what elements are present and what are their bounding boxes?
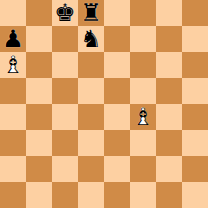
bishop-outline-glyph: ♗ (0, 52, 26, 78)
square-b2[interactable] (26, 156, 52, 182)
square-f5[interactable] (130, 78, 156, 104)
square-d1[interactable] (78, 182, 104, 208)
square-f2[interactable] (130, 156, 156, 182)
knight-glyph: ♞ (78, 26, 104, 52)
square-f7[interactable] (130, 26, 156, 52)
square-d3[interactable] (78, 130, 104, 156)
king-glyph: ♚ (52, 0, 78, 26)
square-c7[interactable] (52, 26, 78, 52)
square-h1[interactable] (182, 182, 208, 208)
square-a2[interactable] (0, 156, 26, 182)
square-d8[interactable]: ♜ (78, 0, 104, 26)
square-b3[interactable] (26, 130, 52, 156)
square-f6[interactable] (130, 52, 156, 78)
square-d5[interactable] (78, 78, 104, 104)
square-c4[interactable] (52, 104, 78, 130)
square-a1[interactable] (0, 182, 26, 208)
rook-glyph: ♜ (78, 0, 104, 26)
square-h7[interactable] (182, 26, 208, 52)
square-c3[interactable] (52, 130, 78, 156)
square-a4[interactable] (0, 104, 26, 130)
square-c2[interactable] (52, 156, 78, 182)
square-f8[interactable] (130, 0, 156, 26)
square-g8[interactable] (156, 0, 182, 26)
square-h5[interactable] (182, 78, 208, 104)
chess-board: ♚♜♟♞♝♗♝♗ (0, 0, 208, 208)
square-a5[interactable] (0, 78, 26, 104)
square-c6[interactable] (52, 52, 78, 78)
square-e4[interactable] (104, 104, 130, 130)
square-h8[interactable] (182, 0, 208, 26)
square-c5[interactable] (52, 78, 78, 104)
square-g7[interactable] (156, 26, 182, 52)
piece-white-bishop[interactable]: ♝♗ (130, 104, 156, 130)
bishop-outline-glyph: ♗ (130, 104, 156, 130)
square-f1[interactable] (130, 182, 156, 208)
square-g3[interactable] (156, 130, 182, 156)
square-d6[interactable] (78, 52, 104, 78)
square-f4[interactable]: ♝♗ (130, 104, 156, 130)
square-e5[interactable] (104, 78, 130, 104)
square-g4[interactable] (156, 104, 182, 130)
square-d7[interactable]: ♞ (78, 26, 104, 52)
piece-black-king[interactable]: ♚ (52, 0, 78, 26)
square-a6[interactable]: ♝♗ (0, 52, 26, 78)
square-b5[interactable] (26, 78, 52, 104)
piece-white-bishop[interactable]: ♝♗ (0, 52, 26, 78)
square-b6[interactable] (26, 52, 52, 78)
square-g5[interactable] (156, 78, 182, 104)
square-d2[interactable] (78, 156, 104, 182)
square-e3[interactable] (104, 130, 130, 156)
square-a8[interactable] (0, 0, 26, 26)
square-e6[interactable] (104, 52, 130, 78)
square-b8[interactable] (26, 0, 52, 26)
pawn-glyph: ♟ (0, 26, 26, 52)
square-c1[interactable] (52, 182, 78, 208)
square-e8[interactable] (104, 0, 130, 26)
square-b4[interactable] (26, 104, 52, 130)
square-h3[interactable] (182, 130, 208, 156)
piece-black-rook[interactable]: ♜ (78, 0, 104, 26)
piece-black-knight[interactable]: ♞ (78, 26, 104, 52)
square-a7[interactable]: ♟ (0, 26, 26, 52)
square-b1[interactable] (26, 182, 52, 208)
square-h4[interactable] (182, 104, 208, 130)
piece-black-pawn[interactable]: ♟ (0, 26, 26, 52)
square-g1[interactable] (156, 182, 182, 208)
square-g6[interactable] (156, 52, 182, 78)
square-e2[interactable] (104, 156, 130, 182)
square-h2[interactable] (182, 156, 208, 182)
square-c8[interactable]: ♚ (52, 0, 78, 26)
square-b7[interactable] (26, 26, 52, 52)
square-a3[interactable] (0, 130, 26, 156)
square-e7[interactable] (104, 26, 130, 52)
square-h6[interactable] (182, 52, 208, 78)
square-g2[interactable] (156, 156, 182, 182)
square-d4[interactable] (78, 104, 104, 130)
square-f3[interactable] (130, 130, 156, 156)
square-e1[interactable] (104, 182, 130, 208)
